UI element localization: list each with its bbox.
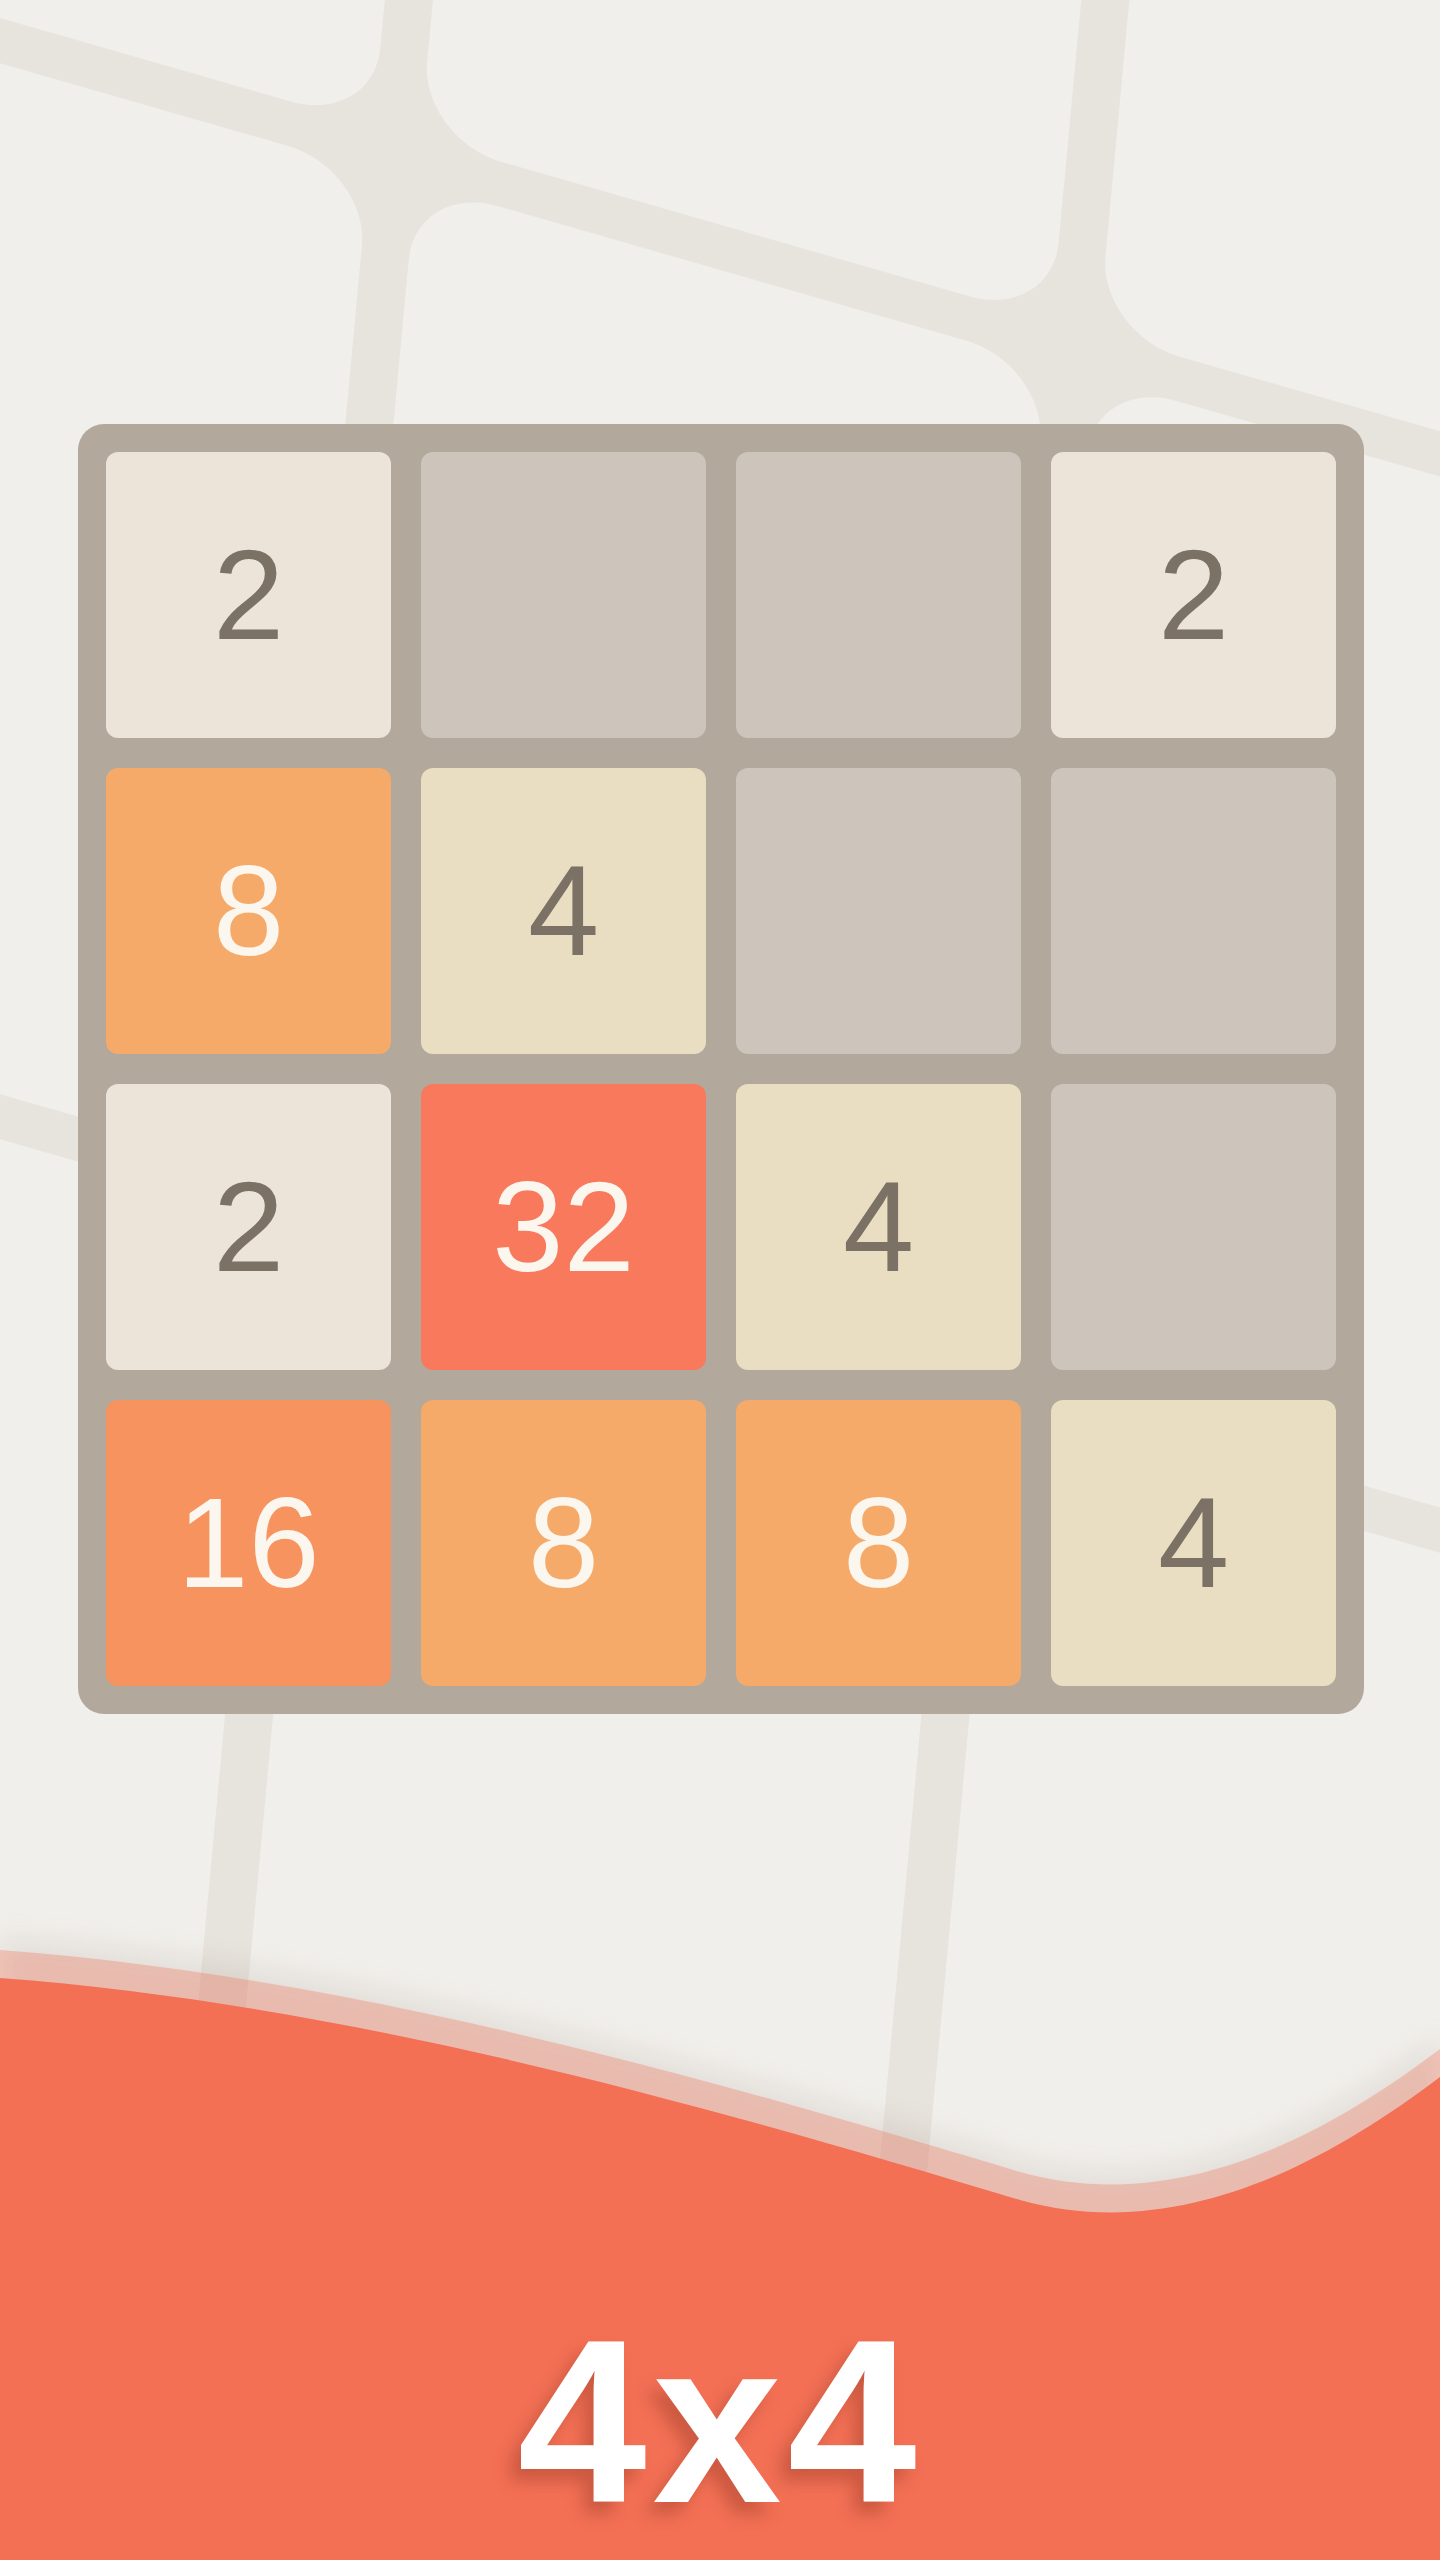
tile-32: 32 bbox=[421, 1084, 706, 1370]
board-size-label: 4x4 bbox=[0, 2306, 1440, 2538]
empty-cell bbox=[736, 768, 1021, 1054]
tile-4: 4 bbox=[1051, 1400, 1336, 1686]
tile-2: 2 bbox=[106, 452, 391, 738]
tile-2: 2 bbox=[106, 1084, 391, 1370]
tile-8: 8 bbox=[421, 1400, 706, 1686]
tile-8: 8 bbox=[736, 1400, 1021, 1686]
tile-8: 8 bbox=[106, 768, 391, 1054]
tile-4: 4 bbox=[421, 768, 706, 1054]
empty-cell bbox=[736, 452, 1021, 738]
tile-2: 2 bbox=[1051, 452, 1336, 738]
empty-cell bbox=[1051, 1084, 1336, 1370]
empty-cell bbox=[421, 452, 706, 738]
tile-16: 16 bbox=[106, 1400, 391, 1686]
tile-4: 4 bbox=[736, 1084, 1021, 1370]
game-screen: 2284232416884 4x4 bbox=[0, 0, 1440, 2560]
game-board[interactable]: 2284232416884 bbox=[78, 424, 1364, 1714]
empty-cell bbox=[1051, 768, 1336, 1054]
